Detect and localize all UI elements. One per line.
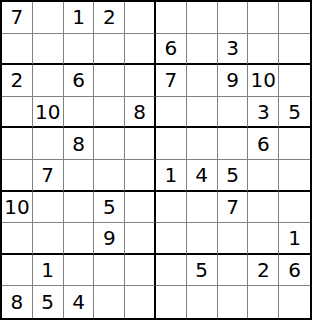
cell-r6c2[interactable]: 7	[33, 160, 64, 192]
cell-r10c4[interactable]	[94, 286, 125, 318]
cell-r4c5[interactable]: 8	[125, 97, 156, 129]
cell-r2c3[interactable]	[64, 34, 95, 66]
cell-r10c1[interactable]: 8	[2, 286, 33, 318]
cell-r8c9[interactable]	[248, 223, 279, 255]
cell-r5c7[interactable]	[187, 128, 218, 160]
cell-r8c7[interactable]	[187, 223, 218, 255]
cell-r6c10[interactable]	[279, 160, 310, 192]
cell-r8c6[interactable]	[156, 223, 187, 255]
cell-r9c3[interactable]	[64, 255, 95, 287]
cell-r5c2[interactable]	[33, 128, 64, 160]
cell-r8c4[interactable]: 9	[94, 223, 125, 255]
cell-r1c8[interactable]	[218, 2, 249, 34]
cell-r7c5[interactable]	[125, 192, 156, 224]
cell-r8c3[interactable]	[64, 223, 95, 255]
cell-r1c10[interactable]	[279, 2, 310, 34]
cell-r9c2[interactable]: 1	[33, 255, 64, 287]
cell-r7c9[interactable]	[248, 192, 279, 224]
cell-r9c4[interactable]	[94, 255, 125, 287]
cell-r8c8[interactable]	[218, 223, 249, 255]
cell-r1c7[interactable]	[187, 2, 218, 34]
cell-r5c4[interactable]	[94, 128, 125, 160]
cell-r6c6[interactable]: 1	[156, 160, 187, 192]
cell-r3c4[interactable]	[94, 65, 125, 97]
cell-r2c1[interactable]	[2, 34, 33, 66]
cell-r4c10[interactable]: 5	[279, 97, 310, 129]
cell-r5c3[interactable]: 8	[64, 128, 95, 160]
cell-r1c9[interactable]	[248, 2, 279, 34]
cell-r4c4[interactable]	[94, 97, 125, 129]
cell-r6c1[interactable]	[2, 160, 33, 192]
sudoku-board: 71263267910108358671451057911526854	[0, 0, 312, 320]
cell-r3c6[interactable]: 7	[156, 65, 187, 97]
cell-r6c9[interactable]	[248, 160, 279, 192]
cell-r9c9[interactable]: 2	[248, 255, 279, 287]
cell-r3c5[interactable]	[125, 65, 156, 97]
cell-r10c5[interactable]	[125, 286, 156, 318]
cell-r4c2[interactable]: 10	[33, 97, 64, 129]
cell-r6c5[interactable]	[125, 160, 156, 192]
cell-r1c5[interactable]	[125, 2, 156, 34]
cell-r8c10[interactable]: 1	[279, 223, 310, 255]
cell-r5c6[interactable]	[156, 128, 187, 160]
cell-r5c8[interactable]	[218, 128, 249, 160]
cell-r4c8[interactable]	[218, 97, 249, 129]
cell-r3c3[interactable]: 6	[64, 65, 95, 97]
cell-r1c4[interactable]: 2	[94, 2, 125, 34]
cell-r9c5[interactable]	[125, 255, 156, 287]
cell-r10c2[interactable]: 5	[33, 286, 64, 318]
cell-r10c7[interactable]	[187, 286, 218, 318]
cell-r2c5[interactable]	[125, 34, 156, 66]
cell-r8c1[interactable]	[2, 223, 33, 255]
cell-r4c9[interactable]: 3	[248, 97, 279, 129]
cell-r7c4[interactable]: 5	[94, 192, 125, 224]
cell-r10c9[interactable]	[248, 286, 279, 318]
cell-r7c10[interactable]	[279, 192, 310, 224]
cell-r4c1[interactable]	[2, 97, 33, 129]
cell-r9c6[interactable]	[156, 255, 187, 287]
cell-r1c6[interactable]	[156, 2, 187, 34]
cell-r2c2[interactable]	[33, 34, 64, 66]
cell-r9c1[interactable]	[2, 255, 33, 287]
cell-r2c6[interactable]: 6	[156, 34, 187, 66]
cell-r7c3[interactable]	[64, 192, 95, 224]
cell-r6c8[interactable]: 5	[218, 160, 249, 192]
cell-r2c9[interactable]	[248, 34, 279, 66]
cell-r3c1[interactable]: 2	[2, 65, 33, 97]
cell-r5c10[interactable]	[279, 128, 310, 160]
cell-r4c6[interactable]	[156, 97, 187, 129]
cell-r9c7[interactable]: 5	[187, 255, 218, 287]
cell-r10c6[interactable]	[156, 286, 187, 318]
cell-r10c8[interactable]	[218, 286, 249, 318]
cell-r9c10[interactable]: 6	[279, 255, 310, 287]
cell-r3c9[interactable]: 10	[248, 65, 279, 97]
cell-r8c5[interactable]	[125, 223, 156, 255]
cell-r3c7[interactable]	[187, 65, 218, 97]
cell-r5c9[interactable]: 6	[248, 128, 279, 160]
cell-r10c10[interactable]	[279, 286, 310, 318]
cell-r2c10[interactable]	[279, 34, 310, 66]
cell-r1c2[interactable]	[33, 2, 64, 34]
cell-r5c5[interactable]	[125, 128, 156, 160]
cell-r7c1[interactable]: 10	[2, 192, 33, 224]
cell-r2c7[interactable]	[187, 34, 218, 66]
cell-r1c3[interactable]: 1	[64, 2, 95, 34]
cell-r2c4[interactable]	[94, 34, 125, 66]
cell-r6c3[interactable]	[64, 160, 95, 192]
cell-r9c8[interactable]	[218, 255, 249, 287]
cell-r7c8[interactable]: 7	[218, 192, 249, 224]
cell-r3c2[interactable]	[33, 65, 64, 97]
cell-r5c1[interactable]	[2, 128, 33, 160]
cell-r6c4[interactable]	[94, 160, 125, 192]
cell-r1c1[interactable]: 7	[2, 2, 33, 34]
cell-r6c7[interactable]: 4	[187, 160, 218, 192]
cell-r2c8[interactable]: 3	[218, 34, 249, 66]
cell-r3c8[interactable]: 9	[218, 65, 249, 97]
cell-r4c3[interactable]	[64, 97, 95, 129]
cell-r8c2[interactable]	[33, 223, 64, 255]
cell-r4c7[interactable]	[187, 97, 218, 129]
cell-r7c6[interactable]	[156, 192, 187, 224]
cell-r7c2[interactable]	[33, 192, 64, 224]
cell-r10c3[interactable]: 4	[64, 286, 95, 318]
cell-r3c10[interactable]	[279, 65, 310, 97]
cell-r7c7[interactable]	[187, 192, 218, 224]
